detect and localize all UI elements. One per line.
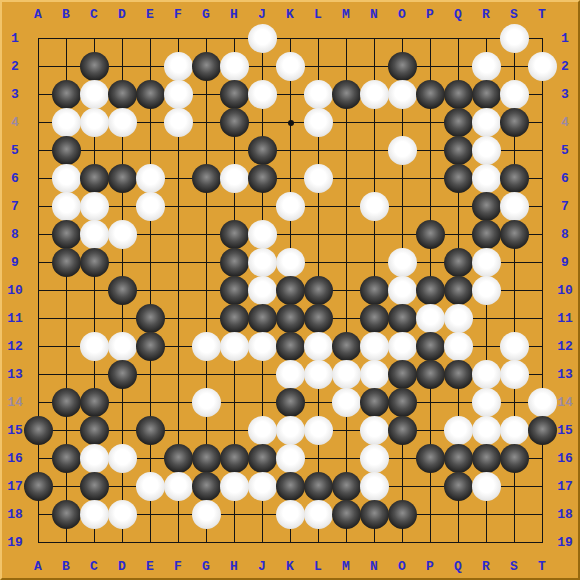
black-stone (52, 220, 81, 249)
row-label-right: 19 (557, 536, 573, 549)
column-label-top: K (286, 8, 294, 21)
white-stone (388, 332, 417, 361)
black-stone (444, 444, 473, 473)
white-stone (500, 416, 529, 445)
black-stone (276, 388, 305, 417)
black-stone (220, 304, 249, 333)
white-stone (388, 276, 417, 305)
column-label-top: A (34, 8, 42, 21)
black-stone (360, 276, 389, 305)
white-stone (164, 108, 193, 137)
black-stone (444, 472, 473, 501)
white-stone (416, 304, 445, 333)
row-label-right: 13 (557, 368, 573, 381)
black-stone (80, 416, 109, 445)
black-stone (500, 220, 529, 249)
column-label-bottom: M (342, 560, 350, 573)
white-stone (80, 444, 109, 473)
white-stone (192, 388, 221, 417)
white-stone (108, 108, 137, 137)
row-label-right: 17 (557, 480, 573, 493)
row-label-left: 16 (7, 452, 23, 465)
black-stone (444, 80, 473, 109)
row-label-right: 12 (557, 340, 573, 353)
go-board[interactable]: AABBCCDDEEFFGGHHJJKKLLMMNNOOPPQQRRSSTT11… (0, 0, 580, 580)
row-label-right: 16 (557, 452, 573, 465)
black-stone (444, 136, 473, 165)
column-label-bottom: S (510, 560, 518, 573)
row-label-left: 10 (7, 284, 23, 297)
row-label-left: 11 (7, 312, 23, 325)
black-stone (192, 444, 221, 473)
white-stone (472, 52, 501, 81)
black-stone (276, 276, 305, 305)
white-stone (108, 444, 137, 473)
white-stone (248, 80, 277, 109)
black-stone (304, 472, 333, 501)
row-label-left: 19 (7, 536, 23, 549)
grid-line-vertical (542, 38, 543, 543)
white-stone (276, 248, 305, 277)
column-label-top: L (314, 8, 322, 21)
white-stone (360, 332, 389, 361)
black-stone (108, 276, 137, 305)
black-stone (52, 136, 81, 165)
black-stone (108, 80, 137, 109)
black-stone (304, 276, 333, 305)
black-stone (416, 360, 445, 389)
row-label-left: 6 (11, 172, 19, 185)
column-label-bottom: P (426, 560, 434, 573)
white-stone (472, 136, 501, 165)
black-stone (52, 500, 81, 529)
black-stone (136, 80, 165, 109)
white-stone (332, 360, 361, 389)
white-stone (248, 332, 277, 361)
black-stone (388, 52, 417, 81)
white-stone (220, 472, 249, 501)
white-stone (108, 220, 137, 249)
white-stone (472, 108, 501, 137)
white-stone (248, 24, 277, 53)
black-stone (304, 304, 333, 333)
white-stone (360, 416, 389, 445)
black-stone (332, 332, 361, 361)
row-label-right: 6 (561, 172, 569, 185)
white-stone (388, 80, 417, 109)
white-stone (220, 52, 249, 81)
white-stone (220, 332, 249, 361)
column-label-bottom: D (118, 560, 126, 573)
white-stone (80, 220, 109, 249)
white-stone (80, 332, 109, 361)
row-label-left: 14 (7, 396, 23, 409)
white-stone (248, 472, 277, 501)
white-stone (108, 332, 137, 361)
black-stone (332, 500, 361, 529)
column-label-bottom: F (174, 560, 182, 573)
black-stone (192, 52, 221, 81)
column-label-top: S (510, 8, 518, 21)
white-stone (248, 416, 277, 445)
row-label-right: 7 (561, 200, 569, 213)
row-label-right: 10 (557, 284, 573, 297)
column-label-top: R (482, 8, 490, 21)
white-stone (220, 164, 249, 193)
white-stone (276, 360, 305, 389)
black-stone (444, 360, 473, 389)
black-stone (276, 304, 305, 333)
white-stone (444, 416, 473, 445)
black-stone (80, 164, 109, 193)
black-stone (108, 164, 137, 193)
black-stone (80, 248, 109, 277)
white-stone (304, 500, 333, 529)
black-stone (360, 500, 389, 529)
black-stone (136, 304, 165, 333)
column-label-bottom: A (34, 560, 42, 573)
white-stone (304, 416, 333, 445)
white-stone (444, 304, 473, 333)
black-stone (500, 444, 529, 473)
column-label-top: Q (454, 8, 462, 21)
black-stone (192, 164, 221, 193)
black-stone (388, 388, 417, 417)
black-stone (220, 220, 249, 249)
column-label-top: J (258, 8, 266, 21)
black-stone (164, 444, 193, 473)
column-label-bottom: N (370, 560, 378, 573)
white-stone (80, 108, 109, 137)
column-label-bottom: C (90, 560, 98, 573)
black-stone (248, 444, 277, 473)
black-stone (24, 472, 53, 501)
white-stone (304, 108, 333, 137)
row-label-right: 3 (561, 88, 569, 101)
black-stone (220, 444, 249, 473)
black-stone (220, 80, 249, 109)
black-stone (80, 388, 109, 417)
row-label-right: 5 (561, 144, 569, 157)
row-label-right: 11 (557, 312, 573, 325)
black-stone (528, 416, 557, 445)
column-label-bottom: R (482, 560, 490, 573)
black-stone (388, 416, 417, 445)
black-stone (500, 164, 529, 193)
hoshi-point (288, 120, 294, 126)
black-stone (248, 164, 277, 193)
row-label-left: 7 (11, 200, 19, 213)
column-label-bottom: T (538, 560, 546, 573)
white-stone (360, 360, 389, 389)
white-stone (304, 80, 333, 109)
row-label-left: 8 (11, 228, 19, 241)
black-stone (136, 416, 165, 445)
row-label-left: 18 (7, 508, 23, 521)
white-stone (304, 332, 333, 361)
white-stone (472, 472, 501, 501)
black-stone (416, 276, 445, 305)
black-stone (80, 472, 109, 501)
row-label-right: 8 (561, 228, 569, 241)
white-stone (472, 164, 501, 193)
black-stone (360, 304, 389, 333)
column-label-bottom: G (202, 560, 210, 573)
white-stone (332, 388, 361, 417)
white-stone (304, 360, 333, 389)
column-label-bottom: K (286, 560, 294, 573)
white-stone (360, 80, 389, 109)
black-stone (360, 388, 389, 417)
row-label-right: 4 (561, 116, 569, 129)
white-stone (276, 444, 305, 473)
black-stone (24, 416, 53, 445)
black-stone (332, 80, 361, 109)
black-stone (416, 220, 445, 249)
black-stone (444, 248, 473, 277)
black-stone (248, 136, 277, 165)
white-stone (164, 80, 193, 109)
row-label-right: 15 (557, 424, 573, 437)
white-stone (472, 388, 501, 417)
white-stone (472, 276, 501, 305)
white-stone (136, 192, 165, 221)
row-label-left: 9 (11, 256, 19, 269)
row-label-left: 2 (11, 60, 19, 73)
column-label-bottom: L (314, 560, 322, 573)
column-label-bottom: O (398, 560, 406, 573)
white-stone (388, 136, 417, 165)
white-stone (360, 444, 389, 473)
black-stone (52, 248, 81, 277)
row-label-left: 4 (11, 116, 19, 129)
white-stone (192, 500, 221, 529)
row-label-right: 2 (561, 60, 569, 73)
white-stone (276, 500, 305, 529)
white-stone (52, 108, 81, 137)
white-stone (192, 332, 221, 361)
black-stone (472, 444, 501, 473)
grid-line-horizontal (38, 542, 543, 543)
white-stone (276, 192, 305, 221)
white-stone (472, 360, 501, 389)
column-label-top: D (118, 8, 126, 21)
black-stone (388, 360, 417, 389)
column-label-top: T (538, 8, 546, 21)
row-label-left: 5 (11, 144, 19, 157)
row-label-left: 12 (7, 340, 23, 353)
row-label-right: 9 (561, 256, 569, 269)
column-label-top: N (370, 8, 378, 21)
white-stone (304, 164, 333, 193)
black-stone (52, 80, 81, 109)
black-stone (416, 80, 445, 109)
white-stone (500, 80, 529, 109)
black-stone (220, 108, 249, 137)
black-stone (52, 444, 81, 473)
white-stone (472, 248, 501, 277)
black-stone (80, 52, 109, 81)
row-label-left: 1 (11, 32, 19, 45)
black-stone (444, 108, 473, 137)
column-label-bottom: H (230, 560, 238, 573)
column-label-bottom: J (258, 560, 266, 573)
black-stone (52, 388, 81, 417)
column-label-top: E (146, 8, 154, 21)
column-label-top: F (174, 8, 182, 21)
white-stone (108, 500, 137, 529)
white-stone (444, 332, 473, 361)
white-stone (500, 360, 529, 389)
white-stone (248, 276, 277, 305)
black-stone (472, 80, 501, 109)
row-label-right: 18 (557, 508, 573, 521)
black-stone (444, 276, 473, 305)
white-stone (164, 52, 193, 81)
white-stone (360, 472, 389, 501)
row-label-left: 3 (11, 88, 19, 101)
white-stone (472, 416, 501, 445)
column-label-top: O (398, 8, 406, 21)
white-stone (276, 416, 305, 445)
black-stone (444, 164, 473, 193)
white-stone (388, 248, 417, 277)
black-stone (500, 108, 529, 137)
black-stone (108, 360, 137, 389)
white-stone (80, 80, 109, 109)
black-stone (388, 304, 417, 333)
white-stone (248, 248, 277, 277)
column-label-top: H (230, 8, 238, 21)
grid-line-vertical (346, 38, 347, 543)
black-stone (416, 332, 445, 361)
column-label-top: G (202, 8, 210, 21)
white-stone (500, 332, 529, 361)
black-stone (332, 472, 361, 501)
white-stone (500, 192, 529, 221)
row-label-left: 15 (7, 424, 23, 437)
black-stone (472, 220, 501, 249)
row-label-left: 17 (7, 480, 23, 493)
white-stone (80, 500, 109, 529)
white-stone (52, 192, 81, 221)
black-stone (276, 472, 305, 501)
white-stone (528, 52, 557, 81)
black-stone (220, 276, 249, 305)
black-stone (472, 192, 501, 221)
white-stone (164, 472, 193, 501)
row-label-right: 1 (561, 32, 569, 45)
row-label-right: 14 (557, 396, 573, 409)
white-stone (528, 388, 557, 417)
column-label-bottom: B (62, 560, 70, 573)
white-stone (500, 24, 529, 53)
black-stone (416, 444, 445, 473)
white-stone (248, 220, 277, 249)
black-stone (388, 500, 417, 529)
white-stone (80, 192, 109, 221)
white-stone (136, 164, 165, 193)
column-label-top: P (426, 8, 434, 21)
column-label-bottom: E (146, 560, 154, 573)
black-stone (192, 472, 221, 501)
column-label-top: B (62, 8, 70, 21)
black-stone (136, 332, 165, 361)
column-label-top: M (342, 8, 350, 21)
white-stone (276, 52, 305, 81)
black-stone (220, 248, 249, 277)
white-stone (360, 192, 389, 221)
column-label-top: C (90, 8, 98, 21)
white-stone (52, 164, 81, 193)
column-label-bottom: Q (454, 560, 462, 573)
black-stone (276, 332, 305, 361)
white-stone (136, 472, 165, 501)
row-label-left: 13 (7, 368, 23, 381)
black-stone (248, 304, 277, 333)
